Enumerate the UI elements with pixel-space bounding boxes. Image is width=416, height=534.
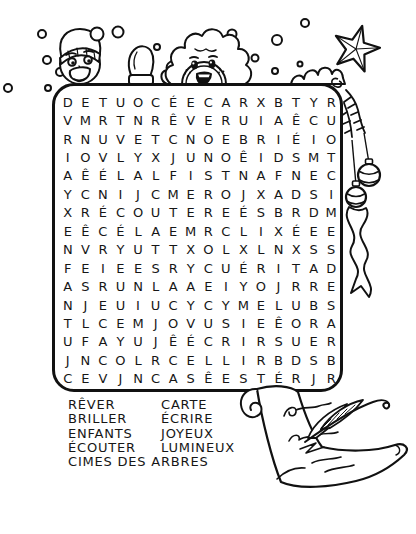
grid-cell-r4c11[interactable]: Ê <box>235 148 253 166</box>
grid-cell-r11c15[interactable]: R <box>305 277 323 295</box>
grid-cell-r8c16[interactable]: E <box>322 222 340 240</box>
grid-cell-r1c10[interactable]: A <box>217 93 235 111</box>
grid-cell-r7c9[interactable]: R <box>200 204 218 222</box>
fur-hood-icon <box>166 29 252 84</box>
letter-grid: DETUOCÉECARXBTYRVMRTNRÊVERUIAÊCURNUVETCN… <box>55 86 340 389</box>
grid-cell-r11c10[interactable]: I <box>217 277 235 295</box>
grid-cell-r14c11[interactable]: I <box>235 333 253 351</box>
grid-cell-r3c8[interactable]: N <box>182 130 200 148</box>
grid-cell-r3c9[interactable]: O <box>200 130 218 148</box>
grid-cell-r13c9[interactable]: U <box>200 314 218 332</box>
grid-cell-r13c10[interactable]: S <box>217 314 235 332</box>
grid-cell-r16c7[interactable]: A <box>164 370 182 388</box>
grid-cell-r6c16[interactable]: I <box>322 185 340 203</box>
grid-cell-r5c8[interactable]: I <box>182 167 200 185</box>
beanie-hat-icon <box>60 29 100 58</box>
word-item: ÉCRIRE <box>161 412 235 426</box>
grid-cell-r13c11[interactable]: I <box>235 314 253 332</box>
word-list-column-2: CARTEÉCRIREJOYEUXLUMINEUX <box>161 398 235 455</box>
grid-cell-r11c7[interactable]: A <box>164 277 182 295</box>
grid-cell-r1c12[interactable]: X <box>252 93 270 111</box>
grid-cell-r2c5[interactable]: N <box>129 111 147 129</box>
grid-cell-r15c4[interactable]: O <box>112 351 130 369</box>
grid-cell-r2c1[interactable]: V <box>59 111 77 129</box>
grid-cell-r2c12[interactable]: I <box>252 111 270 129</box>
grid-cell-r4c2[interactable]: O <box>77 148 95 166</box>
grid-cell-r2c14[interactable]: Ê <box>287 111 305 129</box>
grid-cell-r14c8[interactable]: É <box>182 333 200 351</box>
grid-cell-r8c15[interactable]: E <box>305 222 323 240</box>
grid-cell-r12c4[interactable]: U <box>112 296 130 314</box>
grid-cell-r13c4[interactable]: E <box>112 314 130 332</box>
grid-cell-r12c3[interactable]: E <box>94 296 112 314</box>
grid-cell-r3c16[interactable]: O <box>322 130 340 148</box>
grid-cell-r13c12[interactable]: E <box>252 314 270 332</box>
grid-cell-r10c1[interactable]: F <box>59 259 77 277</box>
grid-cell-r1c1[interactable]: D <box>59 93 77 111</box>
grid-cell-r7c10[interactable]: E <box>217 204 235 222</box>
grid-cell-r3c7[interactable]: C <box>164 130 182 148</box>
grid-cell-r6c13[interactable]: A <box>270 185 288 203</box>
grid-cell-r5c3[interactable]: É <box>94 167 112 185</box>
pompom-icon <box>91 28 104 41</box>
grid-cell-r5c6[interactable]: L <box>147 167 165 185</box>
grid-cell-r6c5[interactable]: J <box>129 185 147 203</box>
grid-cell-r7c13[interactable]: B <box>270 204 288 222</box>
grid-cell-r9c13[interactable]: N <box>270 241 288 259</box>
grid-cell-r13c13[interactable]: Ê <box>270 314 288 332</box>
quill-pen-icon <box>305 400 389 442</box>
grid-cell-r3c4[interactable]: V <box>112 130 130 148</box>
grid-cell-r6c11[interactable]: J <box>235 185 253 203</box>
grid-cell-r4c5[interactable]: Y <box>129 148 147 166</box>
grid-cell-r7c7[interactable]: T <box>164 204 182 222</box>
grid-cell-r11c9[interactable]: E <box>200 277 218 295</box>
grid-cell-r15c8[interactable]: E <box>182 351 200 369</box>
grid-cell-r12c6[interactable]: U <box>147 296 165 314</box>
grid-cell-r8c12[interactable]: I <box>252 222 270 240</box>
grid-cell-r6c9[interactable]: R <box>200 185 218 203</box>
grid-cell-r14c2[interactable]: F <box>77 333 95 351</box>
grid-cell-r14c1[interactable]: U <box>59 333 77 351</box>
grid-cell-r13c2[interactable]: L <box>77 314 95 332</box>
grid-cell-r15c13[interactable]: B <box>270 351 288 369</box>
grid-cell-r1c4[interactable]: U <box>112 93 130 111</box>
grid-cell-r2c13[interactable]: A <box>270 111 288 129</box>
grid-cell-r3c1[interactable]: R <box>59 130 77 148</box>
grid-cell-r1c8[interactable]: E <box>182 93 200 111</box>
grid-cell-r1c14[interactable]: T <box>287 93 305 111</box>
grid-cell-r3c3[interactable]: U <box>94 130 112 148</box>
word-item: LUMINEUX <box>161 441 235 455</box>
grid-cell-r1c7[interactable]: É <box>164 93 182 111</box>
grid-cell-r3c11[interactable]: B <box>235 130 253 148</box>
word-item: JOYEUX <box>161 427 235 441</box>
grid-cell-r14c16[interactable]: R <box>322 333 340 351</box>
grid-cell-r2c6[interactable]: R <box>147 111 165 129</box>
grid-cell-r5c16[interactable]: C <box>322 167 340 185</box>
grid-cell-r2c10[interactable]: R <box>217 111 235 129</box>
bauble-strings <box>352 133 369 185</box>
grid-cell-r16c5[interactable]: N <box>129 370 147 388</box>
grid-cell-r9c9[interactable]: O <box>200 241 218 259</box>
grid-cell-r6c2[interactable]: C <box>77 185 95 203</box>
word-item: ÉCOUTER <box>68 441 161 455</box>
grid-cell-r12c12[interactable]: E <box>252 296 270 314</box>
grid-cell-r10c12[interactable]: R <box>252 259 270 277</box>
word-item: CARTE <box>161 398 235 412</box>
grid-cell-r14c10[interactable]: R <box>217 333 235 351</box>
grid-cell-r11c16[interactable]: E <box>322 277 340 295</box>
grid-cell-r8c9[interactable]: R <box>200 222 218 240</box>
grid-cell-r11c14[interactable]: R <box>287 277 305 295</box>
grid-cell-r13c1[interactable]: T <box>59 314 77 332</box>
scroll-icon <box>241 386 407 487</box>
grid-cell-r2c16[interactable]: U <box>322 111 340 129</box>
grid-cell-r9c16[interactable]: S <box>322 241 340 259</box>
grid-cell-r4c15[interactable]: M <box>305 148 323 166</box>
grid-cell-r10c11[interactable]: É <box>235 259 253 277</box>
grid-cell-r15c5[interactable]: L <box>129 351 147 369</box>
grid-cell-r14c5[interactable]: U <box>129 333 147 351</box>
grid-cell-r7c11[interactable]: É <box>235 204 253 222</box>
grid-cell-r7c6[interactable]: U <box>147 204 165 222</box>
mitten-icon <box>218 61 248 84</box>
grid-cell-r11c8[interactable]: A <box>182 277 200 295</box>
grid-cell-r2c3[interactable]: R <box>94 111 112 129</box>
grid-cell-r11c13[interactable]: J <box>270 277 288 295</box>
grid-cell-r1c13[interactable]: B <box>270 93 288 111</box>
grid-cell-r12c14[interactable]: U <box>287 296 305 314</box>
grid-cell-r9c4[interactable]: Y <box>112 241 130 259</box>
handwriting-squiggles <box>284 403 354 472</box>
grid-cell-r7c15[interactable]: D <box>305 204 323 222</box>
grid-cell-r6c15[interactable]: S <box>305 185 323 203</box>
grid-cell-r12c11[interactable]: M <box>235 296 253 314</box>
grid-cell-r6c8[interactable]: E <box>182 185 200 203</box>
grid-cell-r10c6[interactable]: S <box>147 259 165 277</box>
grid-cell-r12c5[interactable]: I <box>129 296 147 314</box>
grid-cell-r5c11[interactable]: N <box>235 167 253 185</box>
grid-cell-r12c8[interactable]: Y <box>182 296 200 314</box>
grid-cell-r5c12[interactable]: A <box>252 167 270 185</box>
grid-cell-r11c4[interactable]: U <box>112 277 130 295</box>
grid-cell-r15c9[interactable]: L <box>200 351 218 369</box>
grid-cell-r12c16[interactable]: S <box>322 296 340 314</box>
grid-cell-r6c6[interactable]: C <box>147 185 165 203</box>
snowball-dots <box>4 19 309 92</box>
grid-cell-r10c3[interactable]: I <box>94 259 112 277</box>
grid-cell-r7c5[interactable]: O <box>129 204 147 222</box>
grid-cell-r12c2[interactable]: J <box>77 296 95 314</box>
grid-cell-r4c16[interactable]: T <box>322 148 340 166</box>
grid-cell-r10c9[interactable]: C <box>200 259 218 277</box>
grid-cell-r15c11[interactable]: I <box>235 351 253 369</box>
word-item: BRILLER <box>68 412 161 426</box>
grid-cell-r7c4[interactable]: C <box>112 204 130 222</box>
word-item: CIMES DES ARBRES <box>68 455 235 469</box>
grid-cell-r11c11[interactable]: Y <box>235 277 253 295</box>
ribbon-icon <box>347 207 371 297</box>
grid-cell-r11c2[interactable]: S <box>77 277 95 295</box>
grid-cell-r10c14[interactable]: T <box>287 259 305 277</box>
grid-cell-r4c13[interactable]: D <box>270 148 288 166</box>
grid-cell-r13c7[interactable]: O <box>164 314 182 332</box>
word-search-board: DETUOCÉECARXBTYRVMRTNRÊVERUIAÊCURNUVETCN… <box>52 83 343 392</box>
grid-cell-r3c10[interactable]: E <box>217 130 235 148</box>
mitten-icon <box>161 61 191 84</box>
grid-cell-r8c14[interactable]: É <box>287 222 305 240</box>
grid-cell-r6c12[interactable]: X <box>252 185 270 203</box>
grid-cell-r15c3[interactable]: C <box>94 351 112 369</box>
grid-cell-r4c6[interactable]: X <box>147 148 165 166</box>
grid-cell-r9c14[interactable]: X <box>287 241 305 259</box>
grid-cell-r1c5[interactable]: O <box>129 93 147 111</box>
grid-cell-r3c2[interactable]: N <box>77 130 95 148</box>
grid-cell-r11c3[interactable]: R <box>94 277 112 295</box>
grid-cell-r1c11[interactable]: R <box>235 93 253 111</box>
grid-cell-r8c2[interactable]: Ê <box>77 222 95 240</box>
grid-cell-r3c6[interactable]: T <box>147 130 165 148</box>
grid-cell-r5c7[interactable]: F <box>164 167 182 185</box>
grid-cell-r6c3[interactable]: N <box>94 185 112 203</box>
grid-cell-r7c1[interactable]: X <box>59 204 77 222</box>
grid-cell-r8c3[interactable]: C <box>94 222 112 240</box>
grid-cell-r14c4[interactable]: Y <box>112 333 130 351</box>
grid-cell-r2c9[interactable]: E <box>200 111 218 129</box>
grid-cell-r13c3[interactable]: C <box>94 314 112 332</box>
grid-cell-r15c1[interactable]: J <box>59 351 77 369</box>
grid-cell-r16c9[interactable]: Ê <box>200 370 218 388</box>
fir-sprigs-icon <box>341 90 365 137</box>
grid-cell-r5c15[interactable]: E <box>305 167 323 185</box>
grid-cell-r10c15[interactable]: A <box>305 259 323 277</box>
grid-cell-r7c16[interactable]: M <box>322 204 340 222</box>
grid-cell-r4c10[interactable]: O <box>217 148 235 166</box>
grid-cell-r14c13[interactable]: S <box>270 333 288 351</box>
grid-cell-r1c2[interactable]: E <box>77 93 95 111</box>
grid-cell-r16c12[interactable]: T <box>252 370 270 388</box>
grid-cell-r14c15[interactable]: E <box>305 333 323 351</box>
grid-cell-r2c2[interactable]: M <box>77 111 95 129</box>
grid-cell-r4c1[interactable]: I <box>59 148 77 166</box>
grid-cell-r9c1[interactable]: N <box>59 241 77 259</box>
grid-cell-r16c2[interactable]: E <box>77 370 95 388</box>
grid-cell-r8c11[interactable]: L <box>235 222 253 240</box>
grid-cell-r9c5[interactable]: U <box>129 241 147 259</box>
grid-cell-r6c10[interactable]: O <box>217 185 235 203</box>
grid-cell-r15c12[interactable]: R <box>252 351 270 369</box>
grid-cell-r13c15[interactable]: R <box>305 314 323 332</box>
grid-cell-r16c8[interactable]: S <box>182 370 200 388</box>
grid-cell-r16c14[interactable]: R <box>287 370 305 388</box>
grid-cell-r10c10[interactable]: U <box>217 259 235 277</box>
grid-cell-r9c8[interactable]: X <box>182 241 200 259</box>
grid-cell-r13c5[interactable]: M <box>129 314 147 332</box>
grid-cell-r3c12[interactable]: R <box>252 130 270 148</box>
word-item: RÊVER <box>68 398 161 412</box>
grid-cell-r3c13[interactable]: I <box>270 130 288 148</box>
grid-cell-r15c16[interactable]: B <box>322 351 340 369</box>
grid-cell-r16c4[interactable]: J <box>112 370 130 388</box>
grid-cell-r10c13[interactable]: I <box>270 259 288 277</box>
grid-cell-r16c13[interactable]: É <box>270 370 288 388</box>
grid-cell-r13c6[interactable]: J <box>147 314 165 332</box>
grid-cell-r4c8[interactable]: U <box>182 148 200 166</box>
grid-cell-r3c14[interactable]: É <box>287 130 305 148</box>
grid-cell-r9c2[interactable]: V <box>77 241 95 259</box>
grid-cell-r5c13[interactable]: F <box>270 167 288 185</box>
grid-cell-r4c7[interactable]: J <box>164 148 182 166</box>
grid-cell-r3c15[interactable]: I <box>305 130 323 148</box>
grid-cell-r6c4[interactable]: I <box>112 185 130 203</box>
raised-mitten-icon <box>129 46 153 85</box>
grid-cell-r7c12[interactable]: S <box>252 204 270 222</box>
grid-cell-r11c6[interactable]: L <box>147 277 165 295</box>
grid-cell-r3c5[interactable]: E <box>129 130 147 148</box>
grid-cell-r1c9[interactable]: C <box>200 93 218 111</box>
grid-cell-r15c6[interactable]: R <box>147 351 165 369</box>
grid-cell-r11c12[interactable]: O <box>252 277 270 295</box>
grid-cell-r2c15[interactable]: C <box>305 111 323 129</box>
grid-cell-r12c1[interactable]: N <box>59 296 77 314</box>
grid-cell-r16c1[interactable]: C <box>59 370 77 388</box>
grid-cell-r14c6[interactable]: J <box>147 333 165 351</box>
grid-cell-r16c10[interactable]: E <box>217 370 235 388</box>
grid-cell-r5c14[interactable]: N <box>287 167 305 185</box>
grid-cell-r8c1[interactable]: E <box>59 222 77 240</box>
grid-cell-r16c16[interactable]: R <box>322 370 340 388</box>
grid-cell-r4c3[interactable]: V <box>94 148 112 166</box>
grid-cell-r9c10[interactable]: L <box>217 241 235 259</box>
grid-cell-r1c16[interactable]: R <box>322 93 340 111</box>
grid-cell-r14c3[interactable]: A <box>94 333 112 351</box>
grid-cell-r12c9[interactable]: C <box>200 296 218 314</box>
grid-cell-r6c14[interactable]: D <box>287 185 305 203</box>
girl-character <box>161 29 251 84</box>
grid-cell-r15c2[interactable]: N <box>77 351 95 369</box>
word-list-column-1: RÊVERBRILLERENFANTSÉCOUTER <box>68 398 161 455</box>
grid-cell-r15c10[interactable]: L <box>217 351 235 369</box>
grid-cell-r10c7[interactable]: R <box>164 259 182 277</box>
word-search-worksheet: DETUOCÉECARXBTYRVMRTNRÊVERUIAÊCURNUVETCN… <box>0 0 416 534</box>
word-item: ENFANTS <box>68 427 161 441</box>
grid-cell-r10c16[interactable]: D <box>322 259 340 277</box>
grid-cell-r5c9[interactable]: S <box>200 167 218 185</box>
grid-cell-r5c4[interactable]: L <box>112 167 130 185</box>
grid-cell-r6c1[interactable]: Y <box>59 185 77 203</box>
grid-cell-r7c8[interactable]: E <box>182 204 200 222</box>
grid-cell-r4c9[interactable]: N <box>200 148 218 166</box>
grid-cell-r2c4[interactable]: T <box>112 111 130 129</box>
grid-cell-r5c10[interactable]: T <box>217 167 235 185</box>
grid-cell-r7c2[interactable]: R <box>77 204 95 222</box>
grid-cell-r7c3[interactable]: É <box>94 204 112 222</box>
grid-cell-r12c15[interactable]: B <box>305 296 323 314</box>
grid-cell-r15c14[interactable]: D <box>287 351 305 369</box>
grid-cell-r5c5[interactable]: A <box>129 167 147 185</box>
grid-cell-r8c8[interactable]: M <box>182 222 200 240</box>
grid-cell-r12c7[interactable]: C <box>164 296 182 314</box>
grid-cell-r1c3[interactable]: T <box>94 93 112 111</box>
star-ornament-icon <box>332 26 380 87</box>
grid-cell-r8c5[interactable]: L <box>129 222 147 240</box>
grid-cell-r9c6[interactable]: T <box>147 241 165 259</box>
grid-cell-r9c15[interactable]: S <box>305 241 323 259</box>
grid-cell-r8c4[interactable]: É <box>112 222 130 240</box>
grid-cell-r15c15[interactable]: S <box>305 351 323 369</box>
grid-cell-r14c14[interactable]: U <box>287 333 305 351</box>
grid-cell-r10c2[interactable]: E <box>77 259 95 277</box>
grid-cell-r4c4[interactable]: L <box>112 148 130 166</box>
grid-cell-r9c12[interactable]: L <box>252 241 270 259</box>
grid-cell-r8c13[interactable]: X <box>270 222 288 240</box>
grid-cell-r5c1[interactable]: A <box>59 167 77 185</box>
grid-cell-r11c1[interactable]: A <box>59 277 77 295</box>
word-list: RÊVERBRILLERENFANTSÉCOUTER CARTEÉCRIREJO… <box>68 398 235 469</box>
grid-cell-r4c14[interactable]: S <box>287 148 305 166</box>
grid-cell-r6c7[interactable]: M <box>164 185 182 203</box>
grid-cell-r8c6[interactable]: A <box>147 222 165 240</box>
grid-cell-r9c3[interactable]: R <box>94 241 112 259</box>
grid-cell-r2c8[interactable]: V <box>182 111 200 129</box>
grid-cell-r13c16[interactable]: A <box>322 314 340 332</box>
grid-cell-r11c5[interactable]: N <box>129 277 147 295</box>
grid-cell-r7c14[interactable]: R <box>287 204 305 222</box>
grid-cell-r16c11[interactable]: S <box>235 370 253 388</box>
grid-cell-r13c14[interactable]: O <box>287 314 305 332</box>
grid-cell-r16c6[interactable]: C <box>147 370 165 388</box>
grid-cell-r15c7[interactable]: C <box>164 351 182 369</box>
grid-cell-r2c7[interactable]: Ê <box>164 111 182 129</box>
bauble-icon <box>358 159 380 186</box>
grid-cell-r14c12[interactable]: R <box>252 333 270 351</box>
grid-cell-r12c13[interactable]: L <box>270 296 288 314</box>
bauble-icon <box>346 181 366 207</box>
grid-cell-r14c7[interactable]: Ê <box>164 333 182 351</box>
grid-cell-r10c4[interactable]: E <box>112 259 130 277</box>
grid-cell-r9c7[interactable]: T <box>164 241 182 259</box>
grid-cell-r8c10[interactable]: C <box>217 222 235 240</box>
grid-cell-r1c6[interactable]: C <box>147 93 165 111</box>
grid-cell-r12c10[interactable]: Y <box>217 296 235 314</box>
grid-cell-r13c8[interactable]: V <box>182 314 200 332</box>
garland-icon <box>291 68 345 84</box>
grid-cell-r1c15[interactable]: Y <box>305 93 323 111</box>
grid-cell-r5c2[interactable]: Ê <box>77 167 95 185</box>
boy-character <box>56 28 153 86</box>
grid-cell-r10c5[interactable]: E <box>129 259 147 277</box>
grid-cell-r10c8[interactable]: Y <box>182 259 200 277</box>
grid-cell-r8c7[interactable]: E <box>164 222 182 240</box>
grid-cell-r16c3[interactable]: V <box>94 370 112 388</box>
grid-cell-r4c12[interactable]: I <box>252 148 270 166</box>
grid-cell-r14c9[interactable]: C <box>200 333 218 351</box>
grid-cell-r2c11[interactable]: U <box>235 111 253 129</box>
grid-cell-r16c15[interactable]: J <box>305 370 323 388</box>
grid-cell-r9c11[interactable]: X <box>235 241 253 259</box>
